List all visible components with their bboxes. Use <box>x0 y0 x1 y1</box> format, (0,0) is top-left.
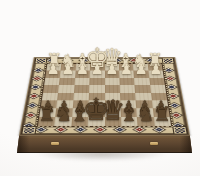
square-r1c2 <box>75 71 90 78</box>
square-r0c7 <box>147 64 162 71</box>
square-r3c3 <box>89 85 104 93</box>
square-r6c3 <box>88 108 104 116</box>
product-photo-chess-set: ♜♞♝♛♚♝♞♜♟♟♟♟♟♟♟♟♟♟♟♟♟♟♟♟♜♞♝♛♚♝♞♜ <box>0 0 200 176</box>
square-r1c4 <box>105 71 120 78</box>
square-r0c0 <box>46 64 61 71</box>
square-r1c3 <box>90 71 105 78</box>
zigzag-inlay-frame <box>36 63 174 127</box>
mosaic-medallion-icon <box>31 85 41 90</box>
mosaic-medallion-icon <box>164 68 173 72</box>
square-r7c6 <box>137 117 154 126</box>
mosaic-medallion-icon <box>130 58 139 62</box>
square-r5c1 <box>57 100 74 108</box>
square-r4c2 <box>73 93 89 101</box>
square-r7c5 <box>121 117 138 126</box>
mosaic-medallion-icon <box>168 94 178 99</box>
square-r2c7 <box>149 78 165 85</box>
mosaic-medallion-icon <box>34 68 43 72</box>
mosaic-medallion-icon <box>167 85 177 90</box>
square-r5c3 <box>89 100 105 108</box>
square-r5c5 <box>120 100 136 108</box>
square-r7c1 <box>55 117 72 126</box>
square-r3c1 <box>58 85 74 93</box>
square-r6c1 <box>56 108 73 116</box>
square-r7c7 <box>153 117 171 126</box>
square-r6c6 <box>136 108 153 116</box>
square-r1c0 <box>45 71 61 78</box>
square-r3c0 <box>43 85 59 93</box>
mosaic-medallion-icon <box>63 58 72 62</box>
square-r6c4 <box>105 108 121 116</box>
square-r0c5 <box>119 64 134 71</box>
square-r3c7 <box>150 85 166 93</box>
square-r4c3 <box>89 93 105 101</box>
square-r0c3 <box>90 64 105 71</box>
square-r6c7 <box>152 108 169 116</box>
square-r1c5 <box>119 71 134 78</box>
mosaic-medallion-icon <box>115 127 126 133</box>
mosaic-medallion-icon <box>32 76 42 81</box>
square-r1c7 <box>148 71 164 78</box>
mosaic-medallion-icon <box>29 94 39 99</box>
square-r4c4 <box>105 93 121 101</box>
mosaic-medallion-icon <box>35 127 46 133</box>
square-r7c3 <box>88 117 105 126</box>
corner-medallion <box>173 127 186 134</box>
mosaic-border-bottom <box>22 127 186 134</box>
mosaic-medallion-icon <box>171 113 181 119</box>
mosaic-medallion-icon <box>134 127 145 133</box>
square-r4c7 <box>151 93 168 101</box>
square-r2c0 <box>44 78 60 85</box>
mosaic-medallion-icon <box>96 58 105 62</box>
mosaic-medallion-icon <box>165 76 175 81</box>
hinge-icon <box>51 142 59 145</box>
corner-medallion <box>163 58 174 63</box>
square-r0c1 <box>61 64 76 71</box>
square-r2c5 <box>119 78 134 85</box>
square-r6c0 <box>39 108 56 116</box>
square-r2c4 <box>105 78 120 85</box>
square-r5c4 <box>105 100 121 108</box>
mosaic-medallion-icon <box>25 113 35 119</box>
square-r0c4 <box>105 64 120 71</box>
square-r4c1 <box>57 93 73 101</box>
mosaic-medallion-icon <box>154 127 165 133</box>
mosaic-medallion-icon <box>146 58 155 62</box>
square-r2c1 <box>59 78 75 85</box>
mosaic-medallion-icon <box>27 103 37 108</box>
square-r4c5 <box>120 93 136 101</box>
square-r7c4 <box>105 117 122 126</box>
square-r4c6 <box>135 93 151 101</box>
square-r2c6 <box>134 78 150 85</box>
square-r0c6 <box>133 64 148 71</box>
square-r3c5 <box>120 85 136 93</box>
mosaic-medallion-icon <box>55 127 66 133</box>
box-front-edge <box>17 135 192 153</box>
square-r3c6 <box>135 85 151 93</box>
square-r7c0 <box>38 117 56 126</box>
square-r1c1 <box>60 71 75 78</box>
mosaic-medallion-icon <box>46 58 55 62</box>
mosaic-medallion-icon <box>95 127 106 133</box>
mosaic-medallion-icon <box>80 58 89 62</box>
square-r4c0 <box>42 93 59 101</box>
mosaic-medallion-icon <box>170 103 180 108</box>
square-r2c2 <box>74 78 89 85</box>
corner-medallion <box>22 127 35 134</box>
square-r5c6 <box>136 100 153 108</box>
mosaic-medallion-icon <box>113 58 122 62</box>
squares-grid <box>38 64 171 126</box>
square-r6c5 <box>120 108 137 116</box>
square-r5c2 <box>73 100 89 108</box>
square-r0c2 <box>75 64 90 71</box>
square-r5c7 <box>152 100 169 108</box>
square-r6c2 <box>72 108 89 116</box>
square-r7c2 <box>71 117 88 126</box>
square-r3c2 <box>74 85 90 93</box>
square-r5c0 <box>41 100 58 108</box>
square-r3c4 <box>105 85 120 93</box>
chess-board <box>19 57 190 135</box>
square-r1c6 <box>134 71 149 78</box>
hinge-icon <box>150 142 158 145</box>
mosaic-medallion-icon <box>75 127 86 133</box>
square-r2c3 <box>89 78 104 85</box>
